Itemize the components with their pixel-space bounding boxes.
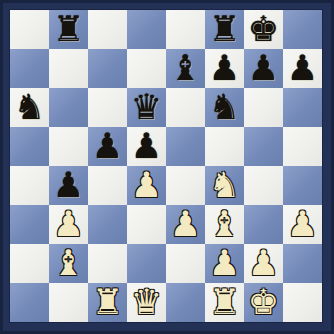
square-c3[interactable] xyxy=(88,205,127,244)
square-g7[interactable]: ♟ xyxy=(244,49,283,88)
square-d5[interactable]: ♟ xyxy=(127,127,166,166)
square-c8[interactable] xyxy=(88,10,127,49)
square-d7[interactable] xyxy=(127,49,166,88)
square-e2[interactable] xyxy=(166,244,205,283)
square-c7[interactable] xyxy=(88,49,127,88)
piece-black-king[interactable]: ♚ xyxy=(248,10,279,49)
square-g6[interactable] xyxy=(244,88,283,127)
piece-white-king[interactable]: ♚ xyxy=(248,283,279,322)
square-b2[interactable]: ♝ xyxy=(49,244,88,283)
square-c6[interactable] xyxy=(88,88,127,127)
square-d6[interactable]: ♛ xyxy=(127,88,166,127)
square-f6[interactable]: ♞ xyxy=(205,88,244,127)
square-c4[interactable] xyxy=(88,166,127,205)
square-d1[interactable]: ♛ xyxy=(127,283,166,322)
square-h4[interactable] xyxy=(283,166,322,205)
piece-black-queen[interactable]: ♛ xyxy=(131,88,162,127)
piece-white-pawn[interactable]: ♟ xyxy=(248,244,279,283)
piece-black-knight[interactable]: ♞ xyxy=(209,88,240,127)
square-g4[interactable] xyxy=(244,166,283,205)
square-g3[interactable] xyxy=(244,205,283,244)
square-f7[interactable]: ♟ xyxy=(205,49,244,88)
square-d2[interactable] xyxy=(127,244,166,283)
square-f3[interactable]: ♝ xyxy=(205,205,244,244)
square-g2[interactable]: ♟ xyxy=(244,244,283,283)
square-h8[interactable] xyxy=(283,10,322,49)
square-f4[interactable]: ♞ xyxy=(205,166,244,205)
piece-black-pawn[interactable]: ♟ xyxy=(92,127,123,166)
square-h6[interactable] xyxy=(283,88,322,127)
square-b3[interactable]: ♟ xyxy=(49,205,88,244)
square-g5[interactable] xyxy=(244,127,283,166)
square-a8[interactable] xyxy=(10,10,49,49)
piece-white-rook[interactable]: ♜ xyxy=(92,283,123,322)
square-a7[interactable] xyxy=(10,49,49,88)
square-g8[interactable]: ♚ xyxy=(244,10,283,49)
square-a2[interactable] xyxy=(10,244,49,283)
square-h1[interactable] xyxy=(283,283,322,322)
piece-black-pawn[interactable]: ♟ xyxy=(248,49,279,88)
square-c1[interactable]: ♜ xyxy=(88,283,127,322)
square-f5[interactable] xyxy=(205,127,244,166)
square-a6[interactable]: ♞ xyxy=(10,88,49,127)
square-a4[interactable] xyxy=(10,166,49,205)
piece-white-pawn[interactable]: ♟ xyxy=(53,205,84,244)
piece-black-pawn[interactable]: ♟ xyxy=(287,49,318,88)
square-b1[interactable] xyxy=(49,283,88,322)
square-g1[interactable]: ♚ xyxy=(244,283,283,322)
square-e5[interactable] xyxy=(166,127,205,166)
square-f8[interactable]: ♜ xyxy=(205,10,244,49)
piece-white-pawn[interactable]: ♟ xyxy=(131,166,162,205)
piece-white-knight[interactable]: ♞ xyxy=(209,166,240,205)
square-b8[interactable]: ♜ xyxy=(49,10,88,49)
square-e7[interactable]: ♝ xyxy=(166,49,205,88)
square-c5[interactable]: ♟ xyxy=(88,127,127,166)
square-b4[interactable]: ♟ xyxy=(49,166,88,205)
square-h3[interactable]: ♟ xyxy=(283,205,322,244)
piece-black-rook[interactable]: ♜ xyxy=(53,10,84,49)
square-e1[interactable] xyxy=(166,283,205,322)
square-e3[interactable]: ♟ xyxy=(166,205,205,244)
square-f1[interactable]: ♜ xyxy=(205,283,244,322)
square-d8[interactable] xyxy=(127,10,166,49)
piece-black-pawn[interactable]: ♟ xyxy=(53,166,84,205)
piece-black-bishop[interactable]: ♝ xyxy=(170,49,201,88)
piece-black-pawn[interactable]: ♟ xyxy=(209,49,240,88)
square-a1[interactable] xyxy=(10,283,49,322)
square-e8[interactable] xyxy=(166,10,205,49)
square-b6[interactable] xyxy=(49,88,88,127)
piece-white-queen[interactable]: ♛ xyxy=(131,283,162,322)
piece-black-pawn[interactable]: ♟ xyxy=(131,127,162,166)
piece-white-rook[interactable]: ♜ xyxy=(209,283,240,322)
chess-board: ♜♜♚♝♟♟♟♞♛♞♟♟♟♟♞♟♟♝♟♝♟♟♜♛♜♚ xyxy=(10,10,322,322)
square-b7[interactable] xyxy=(49,49,88,88)
piece-white-pawn[interactable]: ♟ xyxy=(170,205,201,244)
square-a3[interactable] xyxy=(10,205,49,244)
square-c2[interactable] xyxy=(88,244,127,283)
piece-white-pawn[interactable]: ♟ xyxy=(287,205,318,244)
square-d4[interactable]: ♟ xyxy=(127,166,166,205)
piece-black-rook[interactable]: ♜ xyxy=(209,10,240,49)
square-e4[interactable] xyxy=(166,166,205,205)
square-b5[interactable] xyxy=(49,127,88,166)
square-h5[interactable] xyxy=(283,127,322,166)
square-h2[interactable] xyxy=(283,244,322,283)
square-h7[interactable]: ♟ xyxy=(283,49,322,88)
chess-app-window: ♜♜♚♝♟♟♟♞♛♞♟♟♟♟♞♟♟♝♟♝♟♟♜♛♜♚ xyxy=(0,0,334,334)
piece-black-knight[interactable]: ♞ xyxy=(14,88,45,127)
board-frame: ♜♜♚♝♟♟♟♞♛♞♟♟♟♟♞♟♟♝♟♝♟♟♜♛♜♚ xyxy=(0,0,322,322)
piece-white-bishop[interactable]: ♝ xyxy=(53,244,84,283)
piece-white-bishop[interactable]: ♝ xyxy=(209,205,240,244)
square-f2[interactable]: ♟ xyxy=(205,244,244,283)
square-e6[interactable] xyxy=(166,88,205,127)
piece-white-pawn[interactable]: ♟ xyxy=(209,244,240,283)
square-a5[interactable] xyxy=(10,127,49,166)
square-d3[interactable] xyxy=(127,205,166,244)
